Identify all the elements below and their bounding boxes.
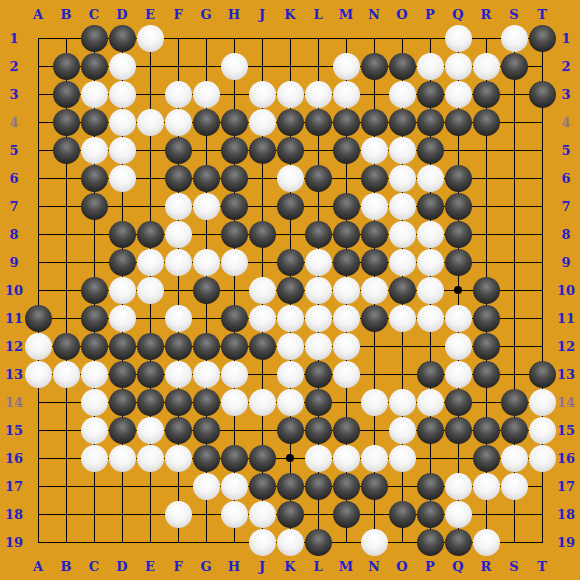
row-label-right-11: 11 [557,311,575,326]
white-stone-L11[interactable] [305,305,332,332]
row-label-left-13: 13 [5,367,23,382]
row-label-right-15: 15 [557,423,575,438]
white-stone-F8[interactable] [165,221,192,248]
col-label-top-G: G [200,7,211,22]
row-label-right-16: 16 [557,451,575,466]
white-stone-K12[interactable] [277,333,304,360]
col-label-top-C: C [89,7,99,22]
row-label-right-6: 6 [561,171,570,186]
col-label-bottom-G: G [200,559,211,574]
white-stone-O7[interactable] [389,193,416,220]
white-stone-G7[interactable] [193,193,220,220]
white-stone-Q13[interactable] [445,361,472,388]
white-stone-M3[interactable] [333,81,360,108]
col-label-top-J: J [259,7,265,22]
black-stone-M5[interactable] [333,137,360,164]
black-stone-M18[interactable] [333,501,360,528]
white-stone-M10[interactable] [333,277,360,304]
white-stone-H17[interactable] [221,473,248,500]
white-stone-N16[interactable] [361,445,388,472]
white-stone-L16[interactable] [305,445,332,472]
black-stone-S14[interactable] [501,389,528,416]
white-stone-C5[interactable] [81,137,108,164]
black-stone-Q19[interactable] [445,529,472,556]
black-stone-Q14[interactable] [445,389,472,416]
black-stone-R11[interactable] [473,305,500,332]
col-label-bottom-M: M [339,559,353,574]
row-label-right-10: 10 [557,283,575,298]
col-label-bottom-J: J [259,559,265,574]
black-stone-C12[interactable] [81,333,108,360]
black-stone-B4[interactable] [53,109,80,136]
white-stone-P9[interactable] [417,249,444,276]
white-stone-H9[interactable] [221,249,248,276]
white-stone-E16[interactable] [137,445,164,472]
black-stone-C6[interactable] [81,165,108,192]
white-stone-O3[interactable] [389,81,416,108]
black-stone-T13[interactable] [529,361,556,388]
black-stone-N4[interactable] [361,109,388,136]
white-stone-K19[interactable] [277,529,304,556]
col-label-top-M: M [339,7,353,22]
col-label-bottom-O: O [396,559,407,574]
black-stone-K17[interactable] [277,473,304,500]
black-stone-R10[interactable] [473,277,500,304]
black-stone-D1[interactable] [109,25,136,52]
row-label-left-16: 16 [5,451,23,466]
black-stone-Q15[interactable] [445,417,472,444]
white-stone-M11[interactable] [333,305,360,332]
white-stone-F16[interactable] [165,445,192,472]
white-stone-N14[interactable] [361,389,388,416]
white-stone-P8[interactable] [417,221,444,248]
col-label-top-A: A [33,7,43,22]
row-label-left-2: 2 [9,59,18,74]
black-stone-G15[interactable] [193,417,220,444]
black-stone-K10[interactable] [277,277,304,304]
black-stone-J16[interactable] [249,445,276,472]
black-stone-R13[interactable] [473,361,500,388]
black-stone-F5[interactable] [165,137,192,164]
black-stone-E13[interactable] [137,361,164,388]
white-stone-H18[interactable] [221,501,248,528]
white-stone-F18[interactable] [165,501,192,528]
black-stone-L6[interactable] [305,165,332,192]
col-label-bottom-C: C [89,559,99,574]
black-stone-C4[interactable] [81,109,108,136]
row-label-left-19: 19 [5,535,23,550]
col-label-top-H: H [228,7,240,22]
col-label-bottom-B: B [61,559,72,574]
white-stone-Q18[interactable] [445,501,472,528]
black-stone-P5[interactable] [417,137,444,164]
white-stone-Q1[interactable] [445,25,472,52]
row-label-left-11: 11 [5,311,23,326]
white-stone-C13[interactable] [81,361,108,388]
white-stone-P11[interactable] [417,305,444,332]
col-label-top-B: B [61,7,72,22]
point-marker-Q10[interactable] [454,286,462,294]
white-stone-A13[interactable] [25,361,52,388]
white-stone-P14[interactable] [417,389,444,416]
black-stone-E8[interactable] [137,221,164,248]
row-label-left-1: 1 [9,31,18,46]
row-label-right-18: 18 [557,507,575,522]
col-label-bottom-K: K [284,559,295,574]
white-stone-P6[interactable] [417,165,444,192]
white-stone-F7[interactable] [165,193,192,220]
white-stone-Q11[interactable] [445,305,472,332]
white-stone-L12[interactable] [305,333,332,360]
black-stone-J12[interactable] [249,333,276,360]
black-stone-N8[interactable] [361,221,388,248]
white-stone-K3[interactable] [277,81,304,108]
white-stone-N10[interactable] [361,277,388,304]
white-stone-S16[interactable] [501,445,528,472]
white-stone-J18[interactable] [249,501,276,528]
black-stone-M8[interactable] [333,221,360,248]
black-stone-B2[interactable] [53,53,80,80]
white-stone-S1[interactable] [501,25,528,52]
black-stone-H7[interactable] [221,193,248,220]
black-stone-F14[interactable] [165,389,192,416]
row-label-right-19: 19 [557,535,575,550]
black-stone-M4[interactable] [333,109,360,136]
black-stone-G6[interactable] [193,165,220,192]
row-label-left-8: 8 [9,227,18,242]
white-stone-F9[interactable] [165,249,192,276]
col-label-bottom-D: D [116,559,127,574]
white-stone-C15[interactable] [81,417,108,444]
black-stone-A11[interactable] [25,305,52,332]
black-stone-R3[interactable] [473,81,500,108]
white-stone-O8[interactable] [389,221,416,248]
black-stone-K5[interactable] [277,137,304,164]
white-stone-O5[interactable] [389,137,416,164]
black-stone-K7[interactable] [277,193,304,220]
black-stone-L15[interactable] [305,417,332,444]
black-stone-C7[interactable] [81,193,108,220]
black-stone-N11[interactable] [361,305,388,332]
black-stone-K9[interactable] [277,249,304,276]
black-stone-M15[interactable] [333,417,360,444]
black-stone-D14[interactable] [109,389,136,416]
black-stone-Q7[interactable] [445,193,472,220]
col-label-bottom-N: N [368,559,380,574]
white-stone-S17[interactable] [501,473,528,500]
col-label-top-S: S [509,7,518,22]
black-stone-P19[interactable] [417,529,444,556]
white-stone-O6[interactable] [389,165,416,192]
row-label-right-17: 17 [557,479,575,494]
white-stone-D4[interactable] [109,109,136,136]
row-label-right-8: 8 [561,227,570,242]
white-stone-O9[interactable] [389,249,416,276]
black-stone-E14[interactable] [137,389,164,416]
black-stone-P18[interactable] [417,501,444,528]
black-stone-L19[interactable] [305,529,332,556]
row-label-left-18: 18 [5,507,23,522]
black-stone-N6[interactable] [361,165,388,192]
white-stone-J10[interactable] [249,277,276,304]
white-stone-P2[interactable] [417,53,444,80]
white-stone-Q3[interactable] [445,81,472,108]
black-stone-C10[interactable] [81,277,108,304]
row-label-right-9: 9 [561,255,570,270]
row-label-right-12: 12 [557,339,575,354]
white-stone-H14[interactable] [221,389,248,416]
black-stone-R4[interactable] [473,109,500,136]
col-label-top-P: P [425,7,435,22]
row-label-left-12: 12 [5,339,23,354]
row-label-left-15: 15 [5,423,23,438]
white-stone-Q17[interactable] [445,473,472,500]
white-stone-T16[interactable] [529,445,556,472]
row-label-right-7: 7 [561,199,570,214]
black-stone-C1[interactable] [81,25,108,52]
row-label-left-4: 4 [9,115,18,130]
black-stone-D8[interactable] [109,221,136,248]
white-stone-M12[interactable] [333,333,360,360]
black-stone-D9[interactable] [109,249,136,276]
white-stone-J3[interactable] [249,81,276,108]
col-label-bottom-S: S [509,559,518,574]
white-stone-A12[interactable] [25,333,52,360]
white-stone-N19[interactable] [361,529,388,556]
white-stone-D16[interactable] [109,445,136,472]
black-stone-Q9[interactable] [445,249,472,276]
col-label-top-F: F [173,7,182,22]
black-stone-H4[interactable] [221,109,248,136]
white-stone-M2[interactable] [333,53,360,80]
white-stone-O15[interactable] [389,417,416,444]
black-stone-L4[interactable] [305,109,332,136]
black-stone-N9[interactable] [361,249,388,276]
black-stone-D13[interactable] [109,361,136,388]
row-label-right-4: 4 [561,115,570,130]
row-label-left-7: 7 [9,199,18,214]
black-stone-H8[interactable] [221,221,248,248]
white-stone-D6[interactable] [109,165,136,192]
white-stone-R17[interactable] [473,473,500,500]
white-stone-N7[interactable] [361,193,388,220]
col-label-bottom-Q: Q [452,559,463,574]
white-stone-E1[interactable] [137,25,164,52]
white-stone-L10[interactable] [305,277,332,304]
row-label-left-14: 14 [5,395,23,410]
white-stone-E9[interactable] [137,249,164,276]
white-stone-L3[interactable] [305,81,332,108]
black-stone-F12[interactable] [165,333,192,360]
black-stone-O10[interactable] [389,277,416,304]
white-stone-D10[interactable] [109,277,136,304]
black-stone-M7[interactable] [333,193,360,220]
black-stone-O18[interactable] [389,501,416,528]
white-stone-D5[interactable] [109,137,136,164]
black-stone-K4[interactable] [277,109,304,136]
black-stone-L14[interactable] [305,389,332,416]
black-stone-Q8[interactable] [445,221,472,248]
black-stone-S2[interactable] [501,53,528,80]
row-label-left-5: 5 [9,143,18,158]
black-stone-J5[interactable] [249,137,276,164]
col-label-bottom-A: A [33,559,43,574]
col-label-top-K: K [284,7,295,22]
black-stone-R12[interactable] [473,333,500,360]
black-stone-L13[interactable] [305,361,332,388]
black-stone-N2[interactable] [361,53,388,80]
col-label-top-E: E [145,7,155,22]
black-stone-R16[interactable] [473,445,500,472]
white-stone-Q2[interactable] [445,53,472,80]
white-stone-K13[interactable] [277,361,304,388]
black-stone-P15[interactable] [417,417,444,444]
black-stone-B5[interactable] [53,137,80,164]
black-stone-R15[interactable] [473,417,500,444]
black-stone-O2[interactable] [389,53,416,80]
white-stone-K11[interactable] [277,305,304,332]
white-stone-T14[interactable] [529,389,556,416]
black-stone-P7[interactable] [417,193,444,220]
black-stone-Q4[interactable] [445,109,472,136]
white-stone-B13[interactable] [53,361,80,388]
black-stone-H11[interactable] [221,305,248,332]
black-stone-H12[interactable] [221,333,248,360]
black-stone-G12[interactable] [193,333,220,360]
white-stone-K14[interactable] [277,389,304,416]
white-stone-C14[interactable] [81,389,108,416]
white-stone-J19[interactable] [249,529,276,556]
black-stone-K15[interactable] [277,417,304,444]
row-label-left-9: 9 [9,255,18,270]
black-stone-S15[interactable] [501,417,528,444]
white-stone-E10[interactable] [137,277,164,304]
white-stone-F13[interactable] [165,361,192,388]
black-stone-N17[interactable] [361,473,388,500]
white-stone-L9[interactable] [305,249,332,276]
col-label-bottom-L: L [313,559,322,574]
white-stone-M16[interactable] [333,445,360,472]
col-label-top-O: O [396,7,407,22]
black-stone-D15[interactable] [109,417,136,444]
white-stone-F4[interactable] [165,109,192,136]
black-stone-O4[interactable] [389,109,416,136]
col-label-bottom-E: E [145,559,155,574]
black-stone-P4[interactable] [417,109,444,136]
black-stone-H6[interactable] [221,165,248,192]
white-stone-F3[interactable] [165,81,192,108]
white-stone-O11[interactable] [389,305,416,332]
black-stone-D12[interactable] [109,333,136,360]
black-stone-J17[interactable] [249,473,276,500]
black-stone-G10[interactable] [193,277,220,304]
white-stone-J11[interactable] [249,305,276,332]
black-stone-G14[interactable] [193,389,220,416]
col-label-top-R: R [481,7,492,22]
black-stone-C11[interactable] [81,305,108,332]
black-stone-P3[interactable] [417,81,444,108]
white-stone-D11[interactable] [109,305,136,332]
black-stone-L17[interactable] [305,473,332,500]
black-stone-F15[interactable] [165,417,192,444]
black-stone-J8[interactable] [249,221,276,248]
white-stone-M13[interactable] [333,361,360,388]
black-stone-P13[interactable] [417,361,444,388]
white-stone-H2[interactable] [221,53,248,80]
point-marker-K16[interactable] [286,454,294,462]
white-stone-J4[interactable] [249,109,276,136]
white-stone-G9[interactable] [193,249,220,276]
black-stone-P17[interactable] [417,473,444,500]
white-stone-G13[interactable] [193,361,220,388]
black-stone-G4[interactable] [193,109,220,136]
white-stone-E15[interactable] [137,417,164,444]
col-label-bottom-H: H [228,559,240,574]
white-stone-O16[interactable] [389,445,416,472]
white-stone-Q12[interactable] [445,333,472,360]
black-stone-B12[interactable] [53,333,80,360]
col-label-bottom-T: T [537,559,547,574]
black-stone-G16[interactable] [193,445,220,472]
black-stone-H5[interactable] [221,137,248,164]
black-stone-C2[interactable] [81,53,108,80]
col-label-bottom-R: R [481,559,492,574]
row-label-right-3: 3 [561,87,570,102]
white-stone-G17[interactable] [193,473,220,500]
black-stone-Q6[interactable] [445,165,472,192]
col-label-top-Q: Q [452,7,463,22]
row-label-right-13: 13 [557,367,575,382]
row-label-right-1: 1 [561,31,570,46]
white-stone-H13[interactable] [221,361,248,388]
white-stone-R2[interactable] [473,53,500,80]
black-stone-F6[interactable] [165,165,192,192]
white-stone-E4[interactable] [137,109,164,136]
white-stone-D2[interactable] [109,53,136,80]
white-stone-C16[interactable] [81,445,108,472]
col-label-top-L: L [313,7,322,22]
white-stone-R19[interactable] [473,529,500,556]
black-stone-M17[interactable] [333,473,360,500]
black-stone-T3[interactable] [529,81,556,108]
white-stone-F11[interactable] [165,305,192,332]
black-stone-M9[interactable] [333,249,360,276]
row-label-left-6: 6 [9,171,18,186]
white-stone-G3[interactable] [193,81,220,108]
white-stone-P10[interactable] [417,277,444,304]
row-label-right-2: 2 [561,59,570,74]
white-stone-C3[interactable] [81,81,108,108]
white-stone-J14[interactable] [249,389,276,416]
col-label-top-T: T [537,7,547,22]
row-label-right-5: 5 [561,143,570,158]
black-stone-E12[interactable] [137,333,164,360]
white-stone-K6[interactable] [277,165,304,192]
white-stone-D3[interactable] [109,81,136,108]
col-label-bottom-F: F [173,559,182,574]
black-stone-H16[interactable] [221,445,248,472]
white-stone-O14[interactable] [389,389,416,416]
col-label-top-N: N [368,7,380,22]
row-label-left-3: 3 [9,87,18,102]
black-stone-K18[interactable] [277,501,304,528]
black-stone-T1[interactable] [529,25,556,52]
row-label-left-10: 10 [5,283,23,298]
black-stone-B3[interactable] [53,81,80,108]
white-stone-N5[interactable] [361,137,388,164]
black-stone-L8[interactable] [305,221,332,248]
white-stone-T15[interactable] [529,417,556,444]
